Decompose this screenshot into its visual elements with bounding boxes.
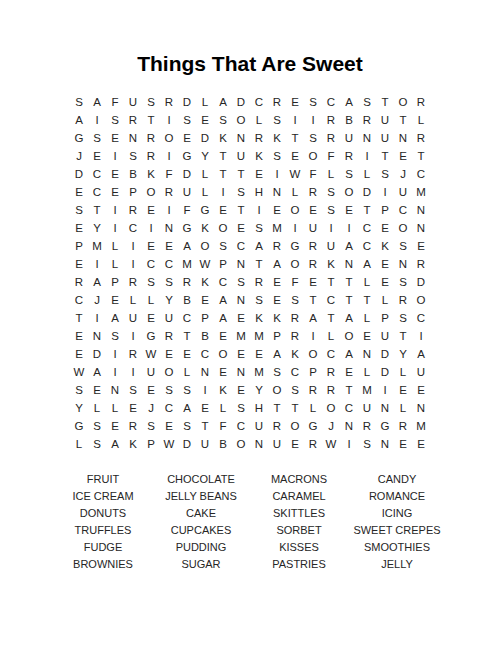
grid-cell-r1c2: A xyxy=(88,94,106,112)
grid-cell-r16c18: D xyxy=(376,364,394,382)
grid-cell-r13c8: P xyxy=(196,310,214,328)
grid-cell-r16c8: N xyxy=(196,364,214,382)
grid-cell-r2c11: L xyxy=(250,112,268,130)
grid-cell-r5c11: E xyxy=(250,166,268,184)
grid-cell-r18c6: C xyxy=(160,400,178,418)
grid-cell-r3c13: T xyxy=(286,130,304,148)
grid-cell-r8c7: G xyxy=(178,220,196,238)
grid-cell-r1c17: S xyxy=(358,94,376,112)
grid-cell-r4c11: K xyxy=(250,148,268,166)
grid-cell-r4c7: G xyxy=(178,148,196,166)
grid-cell-r2c13: I xyxy=(286,112,304,130)
grid-cell-r12c10: N xyxy=(232,292,250,310)
grid-cell-r10c3: L xyxy=(106,256,124,274)
grid-cell-r4c19: E xyxy=(394,148,412,166)
grid-cell-r13c2: I xyxy=(88,310,106,328)
grid-cell-r16c1: W xyxy=(70,364,88,382)
grid-cell-r6c19: U xyxy=(394,184,412,202)
grid-cell-r7c4: R xyxy=(124,202,142,220)
grid-cell-r8c20: N xyxy=(412,220,430,238)
grid-cell-r19c6: E xyxy=(160,418,178,436)
grid-cell-r18c2: L xyxy=(88,400,106,418)
grid-cell-r10c11: T xyxy=(250,256,268,274)
grid-cell-r1c8: L xyxy=(196,94,214,112)
word-list-item: ICE CREAM xyxy=(54,488,152,505)
grid-cell-r13c13: R xyxy=(286,310,304,328)
grid-cell-r3c7: E xyxy=(178,130,196,148)
grid-cell-r17c15: R xyxy=(322,382,340,400)
grid-cell-r2c3: S xyxy=(106,112,124,130)
grid-cell-r11c20: D xyxy=(412,274,430,292)
grid-cell-r2c20: L xyxy=(412,112,430,130)
grid-cell-r18c10: S xyxy=(232,400,250,418)
grid-cell-r17c9: K xyxy=(214,382,232,400)
grid-cell-r1c7: D xyxy=(178,94,196,112)
grid-cell-r19c8: T xyxy=(196,418,214,436)
grid-cell-r3c9: K xyxy=(214,130,232,148)
grid-cell-r2c1: A xyxy=(70,112,88,130)
grid-cell-r14c16: O xyxy=(340,328,358,346)
grid-cell-r1c3: F xyxy=(106,94,124,112)
grid-cell-r5c8: L xyxy=(196,166,214,184)
grid-cell-r8c3: I xyxy=(106,220,124,238)
grid-cell-r10c1: E xyxy=(70,256,88,274)
grid-cell-r8c12: M xyxy=(268,220,286,238)
grid-cell-r4c10: U xyxy=(232,148,250,166)
grid-cell-r14c5: G xyxy=(142,328,160,346)
grid-cell-r3c4: N xyxy=(124,130,142,148)
grid-cell-r12c20: O xyxy=(412,292,430,310)
grid-cell-r8c1: E xyxy=(70,220,88,238)
grid-cell-r10c18: E xyxy=(376,256,394,274)
grid-cell-r7c7: F xyxy=(178,202,196,220)
grid-cell-r17c8: I xyxy=(196,382,214,400)
grid-cell-r13c12: K xyxy=(268,310,286,328)
word-list-item: FUDGE xyxy=(54,539,152,556)
grid-cell-r5c6: F xyxy=(160,166,178,184)
grid-cell-r18c8: E xyxy=(196,400,214,418)
grid-cell-r11c15: T xyxy=(322,274,340,292)
grid-cell-r3c2: S xyxy=(88,130,106,148)
grid-cell-r20c12: U xyxy=(268,436,286,454)
grid-cell-r7c6: I xyxy=(160,202,178,220)
grid-cell-r13c17: L xyxy=(358,310,376,328)
grid-cell-r18c1: Y xyxy=(70,400,88,418)
grid-cell-r16c3: I xyxy=(106,364,124,382)
grid-cell-r11c4: R xyxy=(124,274,142,292)
grid-cell-r9c16: A xyxy=(340,238,358,256)
grid-cell-r16c4: I xyxy=(124,364,142,382)
grid-cell-r12c15: C xyxy=(322,292,340,310)
grid-cell-r2c15: R xyxy=(322,112,340,130)
grid-cell-r5c2: C xyxy=(88,166,106,184)
grid-cell-r9c3: L xyxy=(106,238,124,256)
grid-cell-r15c3: I xyxy=(106,346,124,364)
grid-cell-r18c18: N xyxy=(376,400,394,418)
grid-cell-r18c9: L xyxy=(214,400,232,418)
grid-cell-r12c3: E xyxy=(106,292,124,310)
grid-cell-r20c9: B xyxy=(214,436,232,454)
grid-cell-r11c8: K xyxy=(196,274,214,292)
grid-cell-r19c16: N xyxy=(340,418,358,436)
grid-cell-r12c18: L xyxy=(376,292,394,310)
grid-cell-r11c17: L xyxy=(358,274,376,292)
grid-cell-r8c18: E xyxy=(376,220,394,238)
grid-cell-r6c7: U xyxy=(178,184,196,202)
grid-cell-r13c19: S xyxy=(394,310,412,328)
grid-cell-r10c20: R xyxy=(412,256,430,274)
grid-cell-r6c2: C xyxy=(88,184,106,202)
grid-cell-r3c10: N xyxy=(232,130,250,148)
grid-cell-r8c17: C xyxy=(358,220,376,238)
grid-cell-r2c16: B xyxy=(340,112,358,130)
grid-cell-r17c18: I xyxy=(376,382,394,400)
grid-cell-r15c8: C xyxy=(196,346,214,364)
grid-cell-r1c10: D xyxy=(232,94,250,112)
grid-cell-r4c6: I xyxy=(160,148,178,166)
grid-cell-r19c12: R xyxy=(268,418,286,436)
grid-cell-r13c16: A xyxy=(340,310,358,328)
grid-cell-r19c19: R xyxy=(394,418,412,436)
grid-cell-r15c2: D xyxy=(88,346,106,364)
word-list-item: MACRONS xyxy=(250,471,348,488)
grid-cell-r5c17: L xyxy=(358,166,376,184)
grid-cell-r18c11: H xyxy=(250,400,268,418)
grid-cell-r20c19: E xyxy=(394,436,412,454)
grid-cell-r15c11: E xyxy=(250,346,268,364)
grid-cell-r14c6: R xyxy=(160,328,178,346)
word-list-item: SWEET CREPES xyxy=(348,522,446,539)
grid-cell-r13c20: C xyxy=(412,310,430,328)
grid-cell-r6c18: I xyxy=(376,184,394,202)
grid-cell-r10c6: C xyxy=(160,256,178,274)
word-list-item: JELLY BEANS xyxy=(152,488,250,505)
word-list-item: DONUTS xyxy=(54,505,152,522)
grid-cell-r9c5: E xyxy=(142,238,160,256)
grid-cell-r20c14: R xyxy=(304,436,322,454)
grid-cell-r20c13: E xyxy=(286,436,304,454)
grid-cell-r6c15: S xyxy=(322,184,340,202)
word-list-item: KISSES xyxy=(250,539,348,556)
grid-cell-r7c5: E xyxy=(142,202,160,220)
grid-cell-r16c5: U xyxy=(142,364,160,382)
grid-cell-r11c7: R xyxy=(178,274,196,292)
grid-cell-r4c12: S xyxy=(268,148,286,166)
grid-cell-r5c13: W xyxy=(286,166,304,184)
grid-cell-r4c16: R xyxy=(340,148,358,166)
grid-cell-r9c13: G xyxy=(286,238,304,256)
grid-cell-r16c20: U xyxy=(412,364,430,382)
grid-cell-r19c18: G xyxy=(376,418,394,436)
grid-cell-r20c18: N xyxy=(376,436,394,454)
grid-cell-r12c17: T xyxy=(358,292,376,310)
grid-cell-r16c2: A xyxy=(88,364,106,382)
grid-cell-r2c9: S xyxy=(214,112,232,130)
grid-cell-r17c11: Y xyxy=(250,382,268,400)
grid-cell-r3c18: U xyxy=(376,130,394,148)
grid-cell-r17c13: S xyxy=(286,382,304,400)
grid-cell-r9c17: C xyxy=(358,238,376,256)
grid-cell-r13c3: A xyxy=(106,310,124,328)
grid-cell-r4c2: E xyxy=(88,148,106,166)
grid-cell-r10c17: A xyxy=(358,256,376,274)
grid-cell-r13c15: T xyxy=(322,310,340,328)
grid-cell-r6c1: E xyxy=(70,184,88,202)
grid-cell-r13c4: U xyxy=(124,310,142,328)
grid-cell-r10c9: P xyxy=(214,256,232,274)
grid-cell-r14c17: E xyxy=(358,328,376,346)
grid-cell-r13c5: E xyxy=(142,310,160,328)
grid-cell-r12c19: R xyxy=(394,292,412,310)
grid-cell-r5c16: S xyxy=(340,166,358,184)
grid-cell-r5c18: S xyxy=(376,166,394,184)
grid-cell-r15c20: A xyxy=(412,346,430,364)
grid-cell-r16c6: O xyxy=(160,364,178,382)
grid-cell-r19c11: U xyxy=(250,418,268,436)
grid-cell-r2c14: I xyxy=(304,112,322,130)
grid-cell-r4c9: T xyxy=(214,148,232,166)
grid-cell-r15c4: R xyxy=(124,346,142,364)
grid-cell-r4c3: I xyxy=(106,148,124,166)
grid-cell-r9c19: S xyxy=(394,238,412,256)
grid-cell-r7c2: T xyxy=(88,202,106,220)
grid-cell-r10c8: W xyxy=(196,256,214,274)
grid-cell-r20c15: W xyxy=(322,436,340,454)
grid-cell-r13c7: C xyxy=(178,310,196,328)
grid-cell-r9c8: O xyxy=(196,238,214,256)
grid-cell-r1c9: A xyxy=(214,94,232,112)
word-search-grid: SAFUSRDLADCRESCASTORAISRTISESOLSIIRBRUTL… xyxy=(70,94,430,454)
grid-cell-r5c12: I xyxy=(268,166,286,184)
grid-cell-r15c18: D xyxy=(376,346,394,364)
grid-cell-r10c14: R xyxy=(304,256,322,274)
word-list-item: CAKE xyxy=(152,505,250,522)
grid-cell-r2c7: S xyxy=(178,112,196,130)
grid-cell-r3c12: K xyxy=(268,130,286,148)
grid-cell-r16c12: S xyxy=(268,364,286,382)
grid-cell-r8c8: K xyxy=(196,220,214,238)
grid-cell-r1c18: T xyxy=(376,94,394,112)
grid-cell-r19c17: R xyxy=(358,418,376,436)
grid-cell-r5c5: K xyxy=(142,166,160,184)
grid-cell-r10c16: N xyxy=(340,256,358,274)
grid-cell-r11c1: R xyxy=(70,274,88,292)
grid-cell-r18c5: J xyxy=(142,400,160,418)
grid-cell-r15c15: C xyxy=(322,346,340,364)
grid-cell-r19c13: O xyxy=(286,418,304,436)
word-list-item: SORBET xyxy=(250,522,348,539)
grid-cell-r14c11: M xyxy=(250,328,268,346)
grid-cell-r14c9: E xyxy=(214,328,232,346)
grid-cell-r11c19: S xyxy=(394,274,412,292)
grid-cell-r19c9: F xyxy=(214,418,232,436)
grid-cell-r8c6: N xyxy=(160,220,178,238)
grid-cell-r11c6: S xyxy=(160,274,178,292)
grid-cell-r5c7: D xyxy=(178,166,196,184)
grid-cell-r15c6: E xyxy=(160,346,178,364)
grid-cell-r17c3: N xyxy=(106,382,124,400)
grid-cell-r15c16: A xyxy=(340,346,358,364)
grid-cell-r14c4: I xyxy=(124,328,142,346)
grid-cell-r2c17: R xyxy=(358,112,376,130)
grid-cell-r3c5: R xyxy=(142,130,160,148)
grid-cell-r12c14: T xyxy=(304,292,322,310)
grid-cell-r8c11: S xyxy=(250,220,268,238)
grid-cell-r19c20: M xyxy=(412,418,430,436)
grid-cell-r20c1: L xyxy=(70,436,88,454)
grid-cell-r16c7: L xyxy=(178,364,196,382)
grid-cell-r6c10: S xyxy=(232,184,250,202)
grid-cell-r18c14: L xyxy=(304,400,322,418)
grid-cell-r12c2: J xyxy=(88,292,106,310)
grid-cell-r4c15: F xyxy=(322,148,340,166)
grid-cell-r8c14: U xyxy=(304,220,322,238)
grid-cell-r6c13: L xyxy=(286,184,304,202)
grid-cell-r12c4: L xyxy=(124,292,142,310)
grid-cell-r9c9: S xyxy=(214,238,232,256)
grid-cell-r17c14: R xyxy=(304,382,322,400)
grid-cell-r10c7: M xyxy=(178,256,196,274)
grid-cell-r3c14: S xyxy=(304,130,322,148)
grid-cell-r18c12: T xyxy=(268,400,286,418)
grid-cell-r8c16: I xyxy=(340,220,358,238)
grid-cell-r12c16: T xyxy=(340,292,358,310)
grid-cell-r15c17: N xyxy=(358,346,376,364)
grid-cell-r1c14: S xyxy=(304,94,322,112)
grid-cell-r7c10: T xyxy=(232,202,250,220)
grid-cell-r2c8: E xyxy=(196,112,214,130)
grid-cell-r15c7: E xyxy=(178,346,196,364)
grid-cell-r7c16: E xyxy=(340,202,358,220)
grid-cell-r8c13: I xyxy=(286,220,304,238)
grid-cell-r17c7: S xyxy=(178,382,196,400)
grid-cell-r17c2: E xyxy=(88,382,106,400)
word-list-item: CARAMEL xyxy=(250,488,348,505)
grid-cell-r1c11: C xyxy=(250,94,268,112)
word-list: FRUITCHOCOLATEMACRONSCANDYICE CREAMJELLY… xyxy=(54,471,446,573)
grid-cell-r3c1: G xyxy=(70,130,88,148)
word-list-item: CUPCAKES xyxy=(152,522,250,539)
grid-cell-r17c5: E xyxy=(142,382,160,400)
grid-cell-r8c5: I xyxy=(142,220,160,238)
word-list-item: SKITTLES xyxy=(250,505,348,522)
grid-cell-r7c20: N xyxy=(412,202,430,220)
grid-cell-r15c9: O xyxy=(214,346,232,364)
grid-cell-r5c10: T xyxy=(232,166,250,184)
grid-cell-r5c4: B xyxy=(124,166,142,184)
grid-cell-r9c15: U xyxy=(322,238,340,256)
grid-cell-r15c5: W xyxy=(142,346,160,364)
grid-cell-r5c3: E xyxy=(106,166,124,184)
grid-cell-r11c5: S xyxy=(142,274,160,292)
grid-cell-r12c12: E xyxy=(268,292,286,310)
grid-cell-r19c4: R xyxy=(124,418,142,436)
grid-cell-r13c14: A xyxy=(304,310,322,328)
grid-cell-r11c11: R xyxy=(250,274,268,292)
grid-cell-r18c13: T xyxy=(286,400,304,418)
grid-cell-r11c2: A xyxy=(88,274,106,292)
grid-cell-r9c12: R xyxy=(268,238,286,256)
grid-cell-r14c7: T xyxy=(178,328,196,346)
grid-cell-r13c9: A xyxy=(214,310,232,328)
grid-cell-r6c12: N xyxy=(268,184,286,202)
grid-cell-r14c2: N xyxy=(88,328,106,346)
grid-cell-r17c17: M xyxy=(358,382,376,400)
grid-cell-r9c4: I xyxy=(124,238,142,256)
grid-cell-r9c6: E xyxy=(160,238,178,256)
grid-cell-r2c10: O xyxy=(232,112,250,130)
grid-cell-r4c4: S xyxy=(124,148,142,166)
grid-cell-r2c18: U xyxy=(376,112,394,130)
grid-cell-r2c4: R xyxy=(124,112,142,130)
grid-cell-r1c12: R xyxy=(268,94,286,112)
grid-cell-r19c14: G xyxy=(304,418,322,436)
grid-cell-r1c19: O xyxy=(394,94,412,112)
grid-cell-r11c10: S xyxy=(232,274,250,292)
grid-cell-r16c11: M xyxy=(250,364,268,382)
grid-cell-r7c17: T xyxy=(358,202,376,220)
grid-cell-r14c8: B xyxy=(196,328,214,346)
grid-cell-r8c10: E xyxy=(232,220,250,238)
grid-cell-r6c9: I xyxy=(214,184,232,202)
grid-cell-r7c13: O xyxy=(286,202,304,220)
grid-cell-r2c5: T xyxy=(142,112,160,130)
grid-cell-r14c13: R xyxy=(286,328,304,346)
grid-cell-r17c20: E xyxy=(412,382,430,400)
grid-cell-r5c1: D xyxy=(70,166,88,184)
grid-cell-r3c16: U xyxy=(340,130,358,148)
grid-cell-r18c17: U xyxy=(358,400,376,418)
grid-cell-r7c18: P xyxy=(376,202,394,220)
grid-cell-r3c17: N xyxy=(358,130,376,148)
grid-cell-r13c10: E xyxy=(232,310,250,328)
grid-cell-r20c11: N xyxy=(250,436,268,454)
grid-cell-r1c4: U xyxy=(124,94,142,112)
word-list-item: JELLY xyxy=(348,556,446,573)
grid-cell-r1c16: A xyxy=(340,94,358,112)
word-list-item: BROWNIES xyxy=(54,556,152,573)
word-list-item: CHOCOLATE xyxy=(152,471,250,488)
grid-cell-r5c15: L xyxy=(322,166,340,184)
grid-cell-r18c4: E xyxy=(124,400,142,418)
grid-cell-r20c20: E xyxy=(412,436,430,454)
grid-cell-r5c14: F xyxy=(304,166,322,184)
grid-cell-r14c20: I xyxy=(412,328,430,346)
grid-cell-r10c5: C xyxy=(142,256,160,274)
grid-cell-r9c11: A xyxy=(250,238,268,256)
grid-cell-r10c10: N xyxy=(232,256,250,274)
puzzle-title: Things That Are Sweet xyxy=(0,0,500,75)
grid-cell-r4c14: O xyxy=(304,148,322,166)
grid-cell-r14c10: M xyxy=(232,328,250,346)
grid-cell-r17c19: E xyxy=(394,382,412,400)
grid-cell-r3c8: D xyxy=(196,130,214,148)
grid-cell-r9c2: M xyxy=(88,238,106,256)
grid-cell-r1c1: S xyxy=(70,94,88,112)
grid-cell-r16c10: N xyxy=(232,364,250,382)
grid-cell-r18c16: C xyxy=(340,400,358,418)
grid-cell-r15c1: E xyxy=(70,346,88,364)
grid-cell-r11c13: F xyxy=(286,274,304,292)
grid-cell-r10c15: K xyxy=(322,256,340,274)
grid-cell-r3c15: R xyxy=(322,130,340,148)
grid-cell-r12c11: S xyxy=(250,292,268,310)
grid-cell-r19c1: G xyxy=(70,418,88,436)
grid-cell-r13c1: T xyxy=(70,310,88,328)
grid-cell-r9c18: K xyxy=(376,238,394,256)
grid-cell-r20c3: A xyxy=(106,436,124,454)
grid-cell-r20c2: S xyxy=(88,436,106,454)
